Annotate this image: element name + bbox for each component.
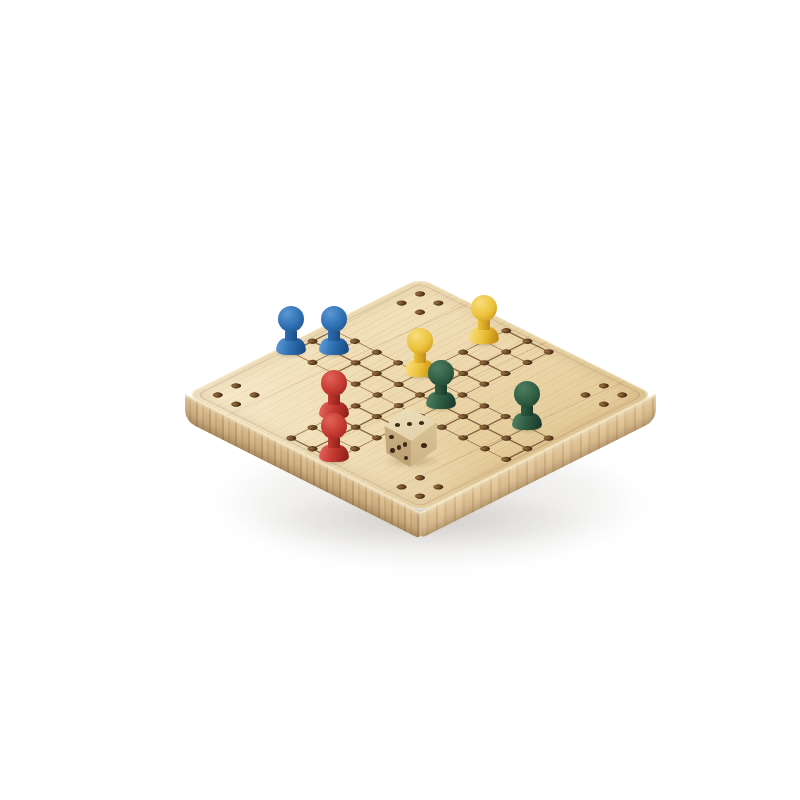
peg-head <box>514 381 540 407</box>
peg-head <box>278 306 304 332</box>
peg-red-2[interactable] <box>318 413 350 465</box>
peg-neck <box>328 331 340 341</box>
peg-neck <box>435 385 447 395</box>
peg-neck <box>414 353 426 363</box>
peg-head <box>428 360 454 386</box>
die-pip <box>407 422 412 426</box>
die-pip <box>403 442 408 447</box>
peg-head <box>321 370 347 396</box>
die[interactable] <box>381 403 441 469</box>
peg-neck <box>285 331 297 341</box>
peg-neck <box>478 320 490 330</box>
die-pip <box>389 435 394 440</box>
peg-neck <box>521 406 533 416</box>
peg-head <box>321 306 347 332</box>
peg-yellow-1[interactable] <box>468 295 500 347</box>
peg-green-2[interactable] <box>511 381 543 433</box>
peg-neck <box>328 395 340 405</box>
die-pip <box>395 423 400 427</box>
die-pip <box>390 448 395 453</box>
die-pip <box>397 445 402 450</box>
peg-blue-2[interactable] <box>318 306 350 358</box>
peg-head <box>471 295 497 321</box>
peg-blue-1[interactable] <box>275 306 307 358</box>
die-pip <box>419 421 424 425</box>
pieces-layer <box>0 0 800 800</box>
die-pip <box>421 443 427 448</box>
peg-neck <box>328 438 340 448</box>
die-pip <box>404 456 409 461</box>
scene <box>0 0 800 800</box>
peg-head <box>407 328 433 354</box>
peg-head <box>321 413 347 439</box>
